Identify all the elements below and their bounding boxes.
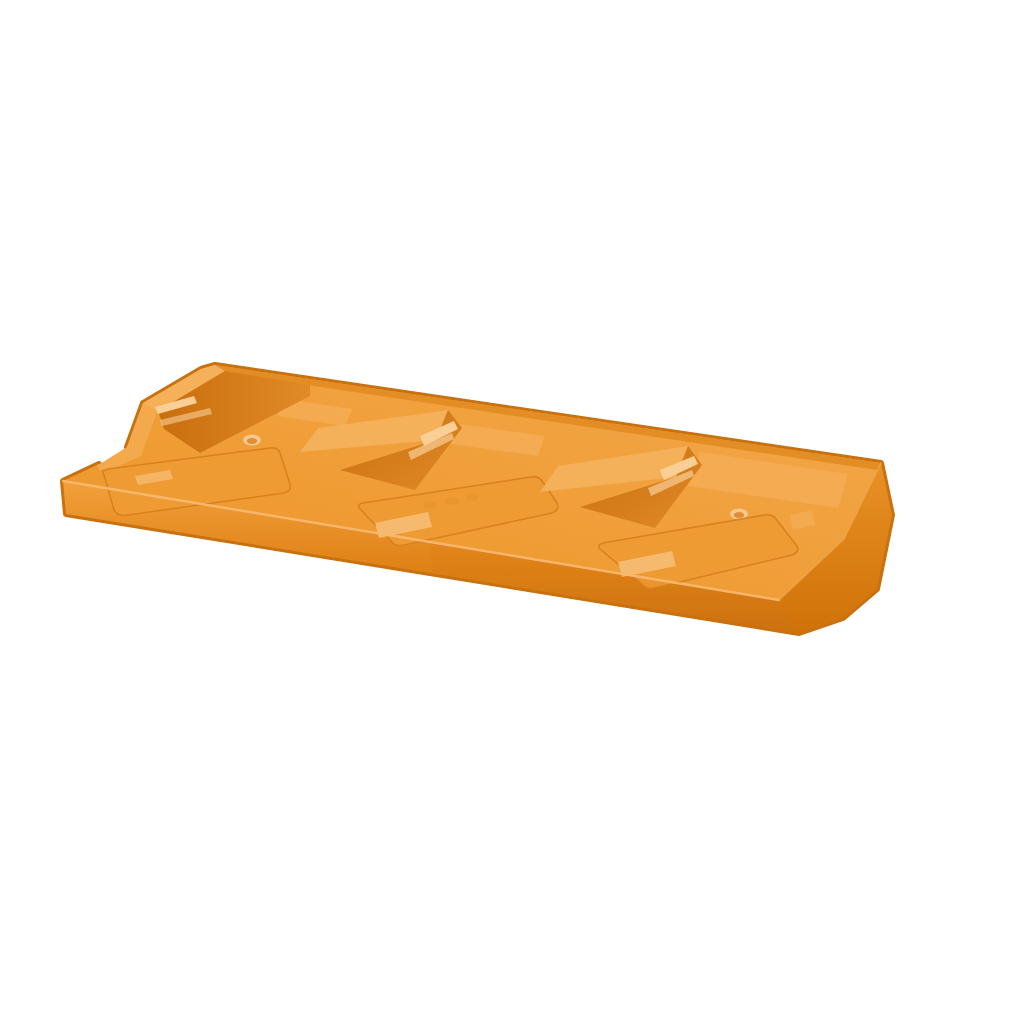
tray-illustration: Orange plastic three-bay mounting tray (… bbox=[0, 0, 1024, 1024]
embossed-mark-2 bbox=[445, 497, 459, 505]
screw-hole-3-center bbox=[734, 512, 744, 518]
screw-hole-1-center bbox=[247, 438, 257, 444]
embossed-mark-3 bbox=[465, 493, 479, 501]
screw-hole-1 bbox=[243, 435, 261, 446]
product-photo: Orange plastic three-bay mounting tray (… bbox=[0, 0, 1024, 1024]
embossed-mark-1 bbox=[423, 501, 437, 509]
